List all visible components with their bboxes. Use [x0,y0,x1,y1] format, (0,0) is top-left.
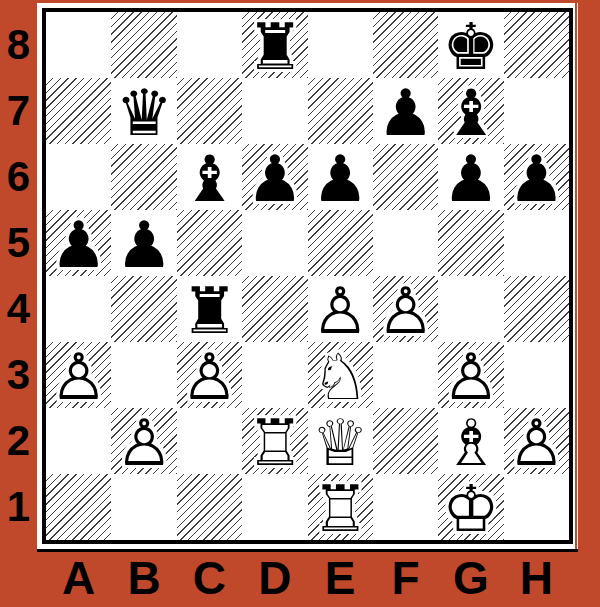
square-c8[interactable] [177,12,242,78]
white-bishop-g2-piece[interactable]: ♝♗ [438,408,503,474]
file-labels: A B C D E F G H [46,551,569,605]
white-pawn-e4-piece[interactable]: ♟♙ [308,276,373,342]
piece-glyph-outline: ♙ [442,345,499,409]
piece-glyph-outline: ♙ [115,411,172,475]
piece-glyph-fill: ♟ [246,147,303,211]
rank-label-7: 7 [0,78,37,144]
piece-glyph-outline: ♕ [312,411,369,475]
white-pawn-g3-piece[interactable]: ♟♙ [438,342,503,408]
rank-label-3: 3 [0,342,37,408]
chess-diagram: 8 7 6 5 4 3 2 1 ♜♚♛♟♝♝♟♟♟♟♟♟♜♟♙♟♙♟♙♟♙♞♘♟… [0,0,600,607]
black-rook-d8-piece[interactable]: ♜ [242,12,307,78]
piece-glyph-outline: ♙ [377,279,434,343]
square-e4[interactable]: ♟♙ [308,276,373,342]
piece-glyph-fill: ♟ [508,147,565,211]
rank-label-2: 2 [0,408,37,474]
rank-label-4: 4 [0,276,37,342]
square-d6[interactable]: ♟ [242,144,307,210]
piece-glyph-fill: ♟ [377,81,434,145]
square-b6[interactable] [111,144,176,210]
square-f6[interactable] [373,144,438,210]
square-a5[interactable]: ♟ [46,210,111,276]
square-g7[interactable]: ♝ [438,78,503,144]
black-queen-b7-piece[interactable]: ♛ [111,78,176,144]
white-rook-d2-piece[interactable]: ♜♖ [242,408,307,474]
square-d1[interactable] [242,474,307,540]
square-f5[interactable] [373,210,438,276]
black-pawn-a5-piece[interactable]: ♟ [46,210,111,276]
rank-label-1: 1 [0,474,37,540]
square-b8[interactable] [111,12,176,78]
black-pawn-f7-piece[interactable]: ♟ [373,78,438,144]
square-h2[interactable]: ♟♙ [504,408,569,474]
piece-glyph-outline: ♔ [442,477,499,541]
square-d2[interactable]: ♜♖ [242,408,307,474]
piece-glyph-fill: ♜ [246,15,303,79]
piece-glyph-fill: ♟ [442,147,499,211]
piece-glyph-fill: ♚ [442,15,499,79]
square-d3[interactable] [242,342,307,408]
piece-glyph-outline: ♙ [181,345,238,409]
square-c3[interactable]: ♟♙ [177,342,242,408]
square-g2[interactable]: ♝♗ [438,408,503,474]
square-a2[interactable] [46,408,111,474]
square-b5[interactable]: ♟ [111,210,176,276]
rank-label-6: 6 [0,144,37,210]
file-label-d: D [242,551,307,605]
square-g6[interactable]: ♟ [438,144,503,210]
white-rook-e1-piece[interactable]: ♜♖ [308,474,373,540]
board-mat: ♜♚♛♟♝♝♟♟♟♟♟♟♜♟♙♟♙♟♙♟♙♞♘♟♙♟♙♜♖♛♕♝♗♟♙♜♖♚♔ [37,3,578,552]
black-bishop-c6-piece[interactable]: ♝ [177,144,242,210]
square-c5[interactable] [177,210,242,276]
square-e6[interactable]: ♟ [308,144,373,210]
black-pawn-e6-piece[interactable]: ♟ [308,144,373,210]
black-rook-c4-piece[interactable]: ♜ [177,276,242,342]
black-pawn-b5-piece[interactable]: ♟ [111,210,176,276]
square-c2[interactable] [177,408,242,474]
white-knight-e3-piece[interactable]: ♞♘ [308,342,373,408]
square-b2[interactable]: ♟♙ [111,408,176,474]
piece-glyph-outline: ♖ [246,411,303,475]
board: ♜♚♛♟♝♝♟♟♟♟♟♟♜♟♙♟♙♟♙♟♙♞♘♟♙♟♙♜♖♛♕♝♗♟♙♜♖♚♔ [42,8,573,544]
black-pawn-d6-piece[interactable]: ♟ [242,144,307,210]
square-a1[interactable] [46,474,111,540]
rank-labels: 8 7 6 5 4 3 2 1 [0,12,37,540]
square-c7[interactable] [177,78,242,144]
square-e8[interactable] [308,12,373,78]
square-h4[interactable] [504,276,569,342]
right-pinstripe-decoration [575,3,577,549]
piece-glyph-fill: ♟ [312,147,369,211]
black-bishop-g7-piece[interactable]: ♝ [438,78,503,144]
square-g4[interactable] [438,276,503,342]
square-b7[interactable]: ♛ [111,78,176,144]
square-h3[interactable] [504,342,569,408]
white-queen-e2-piece[interactable]: ♛♕ [308,408,373,474]
white-pawn-c3-piece[interactable]: ♟♙ [177,342,242,408]
file-label-h: H [504,551,569,605]
square-c1[interactable] [177,474,242,540]
square-e2[interactable]: ♛♕ [308,408,373,474]
square-a6[interactable] [46,144,111,210]
piece-glyph-outline: ♙ [50,345,107,409]
piece-glyph-fill: ♟ [115,213,172,277]
piece-glyph-outline: ♖ [312,477,369,541]
file-label-g: G [438,551,503,605]
square-h6[interactable]: ♟ [504,144,569,210]
square-f2[interactable] [373,408,438,474]
square-b3[interactable] [111,342,176,408]
square-d5[interactable] [242,210,307,276]
piece-glyph-outline: ♘ [312,345,369,409]
piece-glyph-fill: ♝ [181,147,238,211]
square-g8[interactable]: ♚ [438,12,503,78]
square-f3[interactable] [373,342,438,408]
square-e3[interactable]: ♞♘ [308,342,373,408]
square-d4[interactable] [242,276,307,342]
square-f4[interactable]: ♟♙ [373,276,438,342]
square-h1[interactable] [504,474,569,540]
square-c4[interactable]: ♜ [177,276,242,342]
rank-label-5: 5 [0,210,37,276]
rank-label-8: 8 [0,12,37,78]
square-g5[interactable] [438,210,503,276]
file-label-b: B [111,551,176,605]
square-b4[interactable] [111,276,176,342]
square-g1[interactable]: ♚♔ [438,474,503,540]
piece-glyph-outline: ♗ [442,411,499,475]
square-h5[interactable] [504,210,569,276]
square-d8[interactable]: ♜ [242,12,307,78]
piece-glyph-fill: ♟ [50,213,107,277]
piece-glyph-outline: ♙ [312,279,369,343]
square-a8[interactable] [46,12,111,78]
black-pawn-h6-piece[interactable]: ♟ [504,144,569,210]
file-label-e: E [308,551,373,605]
square-e1[interactable]: ♜♖ [308,474,373,540]
piece-glyph-fill: ♝ [442,81,499,145]
square-f7[interactable]: ♟ [373,78,438,144]
file-label-a: A [46,551,111,605]
square-h8[interactable] [504,12,569,78]
square-e7[interactable] [308,78,373,144]
piece-glyph-fill: ♛ [115,81,172,145]
square-g3[interactable]: ♟♙ [438,342,503,408]
square-b1[interactable] [111,474,176,540]
white-pawn-a3-piece[interactable]: ♟♙ [46,342,111,408]
white-pawn-h2-piece[interactable]: ♟♙ [504,408,569,474]
square-a7[interactable] [46,78,111,144]
file-label-c: C [177,551,242,605]
square-e5[interactable] [308,210,373,276]
square-h7[interactable] [504,78,569,144]
piece-glyph-fill: ♜ [181,279,238,343]
black-pawn-g6-piece[interactable]: ♟ [438,144,503,210]
white-pawn-b2-piece[interactable]: ♟♙ [111,408,176,474]
square-a3[interactable]: ♟♙ [46,342,111,408]
square-f8[interactable] [373,12,438,78]
square-f1[interactable] [373,474,438,540]
square-d7[interactable] [242,78,307,144]
piece-glyph-outline: ♙ [508,411,565,475]
white-pawn-f4-piece[interactable]: ♟♙ [373,276,438,342]
black-king-g8-piece[interactable]: ♚ [438,12,503,78]
square-c6[interactable]: ♝ [177,144,242,210]
file-label-f: F [373,551,438,605]
square-a4[interactable] [46,276,111,342]
white-king-g1-piece[interactable]: ♚♔ [438,474,503,540]
